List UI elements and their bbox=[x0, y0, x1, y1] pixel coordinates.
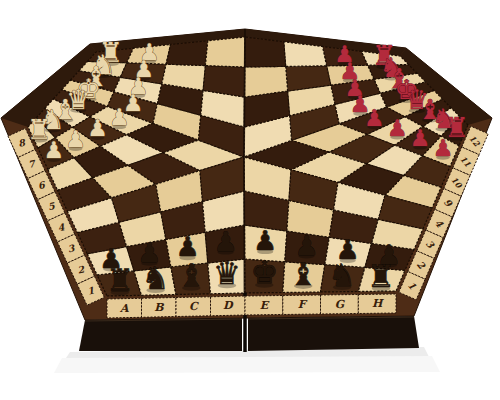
red-pawn-B11[interactable]: ♟ bbox=[410, 125, 431, 151]
board-side-left bbox=[79, 318, 242, 351]
black-knight-B1[interactable]: ♞ bbox=[142, 260, 170, 296]
file-label-A: A bbox=[119, 302, 129, 315]
black-bishop-F1[interactable]: ♝ bbox=[289, 256, 317, 292]
cell-white-H6[interactable] bbox=[166, 41, 208, 66]
cell-white-H5[interactable] bbox=[205, 37, 245, 67]
red-pawn-D11[interactable]: ♟ bbox=[364, 105, 385, 131]
file-label-G: G bbox=[335, 298, 346, 311]
black-knight-G1[interactable]: ♞ bbox=[328, 257, 356, 293]
three-player-chess-photo: ABCDEFGH1234567812349101112♟♜♟♜♞♞♟♟♝♝♟♟♚… bbox=[0, 0, 500, 400]
board-svg: ABCDEFGH1234567812349101112♟♜♟♜♞♞♟♟♝♝♟♟♚… bbox=[0, 0, 500, 400]
red-pawn-A11[interactable]: ♟ bbox=[433, 135, 454, 161]
black-rook-H1[interactable]: ♜ bbox=[367, 258, 395, 294]
black-pawn-E2[interactable]: ♟ bbox=[253, 225, 277, 256]
file-label-B: B bbox=[154, 301, 164, 314]
black-queen-D1[interactable]: ♛ bbox=[213, 255, 241, 291]
white-pawn-A7[interactable]: ♟ bbox=[43, 137, 64, 163]
black-pawn-D2[interactable]: ♟ bbox=[213, 226, 237, 257]
file-label-D: D bbox=[223, 299, 234, 312]
black-bishop-C1[interactable]: ♝ bbox=[177, 257, 205, 293]
file-label-H: H bbox=[372, 297, 384, 310]
black-rook-A1[interactable]: ♜ bbox=[106, 262, 134, 298]
black-king-E1[interactable]: ♚ bbox=[250, 254, 278, 290]
white-pawn-C7[interactable]: ♟ bbox=[87, 115, 108, 141]
white-pawn-D7[interactable]: ♟ bbox=[109, 104, 130, 130]
file-label-C: C bbox=[189, 300, 199, 313]
fold-seam bbox=[244, 29, 245, 293]
red-pawn-C11[interactable]: ♟ bbox=[387, 115, 408, 141]
white-pawn-B7[interactable]: ♟ bbox=[65, 126, 86, 152]
board-shadow-soft bbox=[54, 356, 440, 373]
cell-red-H9[interactable] bbox=[245, 37, 286, 67]
board-side-right bbox=[248, 316, 419, 351]
